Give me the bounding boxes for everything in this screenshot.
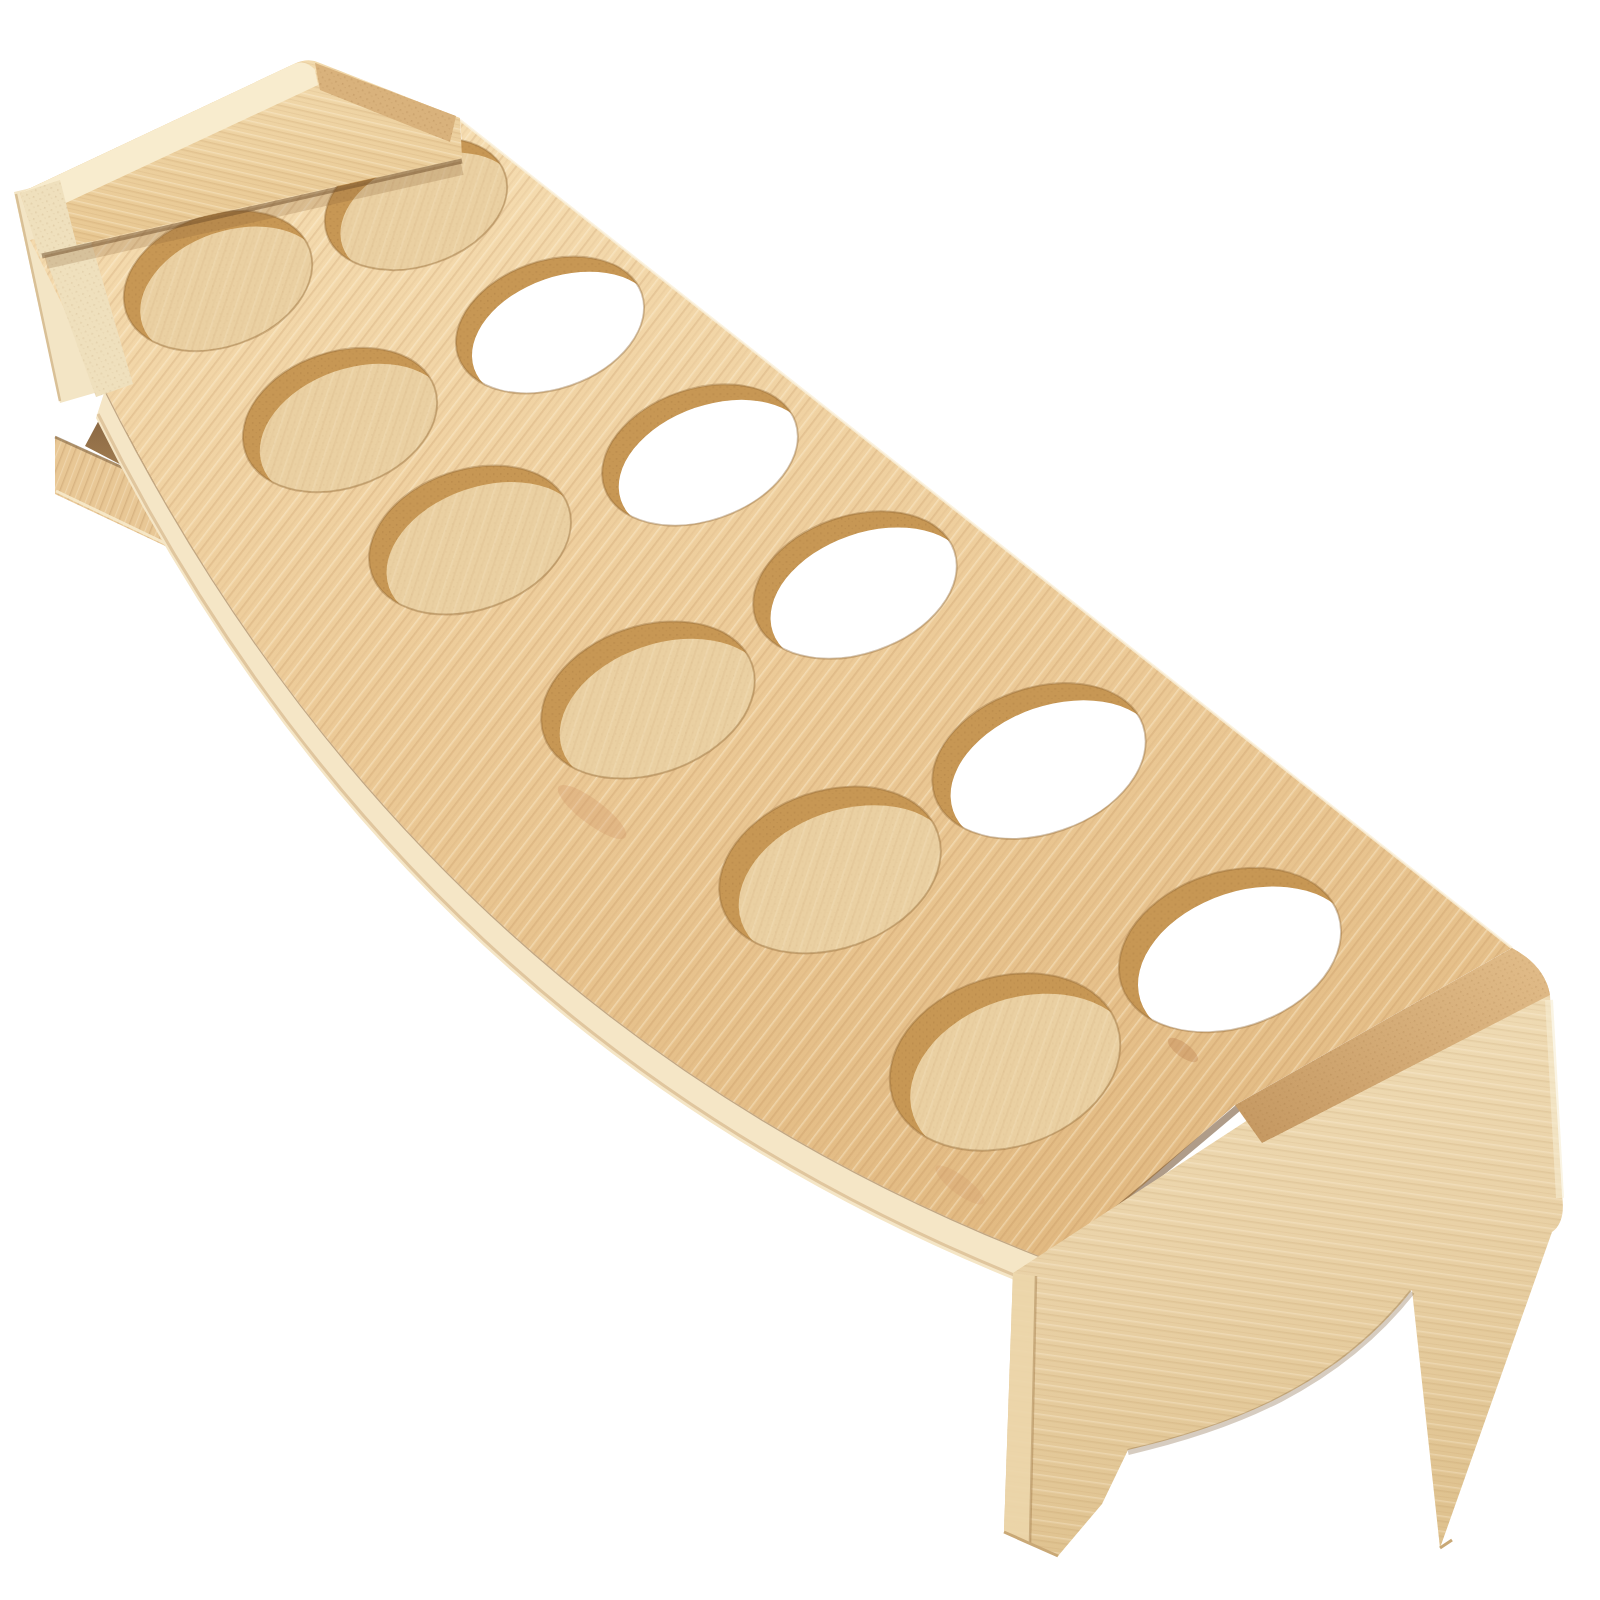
product-photo (0, 0, 1600, 1600)
bamboo-rack-illustration (0, 0, 1600, 1600)
